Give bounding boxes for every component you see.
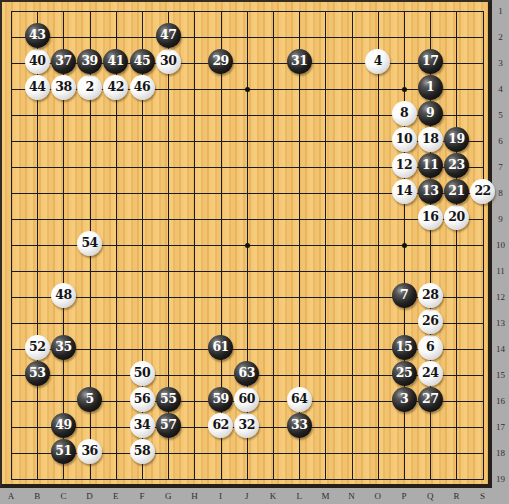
move-number: 51 bbox=[55, 445, 71, 458]
col-label-A: A bbox=[3, 489, 19, 503]
stone-white-16: 16 bbox=[418, 205, 443, 230]
move-number: 34 bbox=[134, 419, 150, 432]
stone-white-42: 42 bbox=[103, 75, 128, 100]
stone-black-19: 19 bbox=[444, 127, 469, 152]
stone-black-63: 63 bbox=[234, 361, 259, 386]
stone-black-35: 35 bbox=[51, 335, 76, 360]
col-label-E: E bbox=[108, 489, 124, 503]
stone-black-27: 27 bbox=[418, 387, 443, 412]
move-number: 56 bbox=[134, 393, 150, 406]
row-label-5: 5 bbox=[492, 109, 509, 121]
stone-white-54: 54 bbox=[77, 231, 102, 256]
stone-black-15: 15 bbox=[392, 335, 417, 360]
move-number: 49 bbox=[55, 419, 71, 432]
move-number: 23 bbox=[448, 159, 464, 172]
move-number: 31 bbox=[291, 55, 307, 68]
move-number: 22 bbox=[474, 185, 490, 198]
col-label-K: K bbox=[265, 489, 281, 503]
move-number: 19 bbox=[448, 133, 464, 146]
stone-black-29: 29 bbox=[208, 49, 233, 74]
move-number: 33 bbox=[291, 419, 307, 432]
col-label-J: J bbox=[239, 489, 255, 503]
stone-white-14: 14 bbox=[392, 179, 417, 204]
row-label-3: 3 bbox=[492, 57, 509, 69]
row-label-4: 4 bbox=[492, 83, 509, 95]
stone-white-12: 12 bbox=[392, 153, 417, 178]
move-number: 61 bbox=[212, 341, 228, 354]
row-label-9: 9 bbox=[492, 213, 509, 225]
stone-black-25: 25 bbox=[392, 361, 417, 386]
stone-black-17: 17 bbox=[418, 49, 443, 74]
stone-white-64: 64 bbox=[287, 387, 312, 412]
stone-black-57: 57 bbox=[156, 413, 181, 438]
move-number: 47 bbox=[160, 29, 176, 42]
stone-black-49: 49 bbox=[51, 413, 76, 438]
move-number: 11 bbox=[422, 159, 438, 172]
col-label-H: H bbox=[186, 489, 202, 503]
move-number: 63 bbox=[239, 367, 255, 380]
move-number: 45 bbox=[134, 55, 150, 68]
move-number: 60 bbox=[239, 393, 255, 406]
stone-black-21: 21 bbox=[444, 179, 469, 204]
move-number: 55 bbox=[160, 393, 176, 406]
move-number: 35 bbox=[55, 341, 71, 354]
move-number: 2 bbox=[85, 81, 93, 94]
row-label-17: 17 bbox=[492, 421, 509, 433]
move-number: 64 bbox=[291, 393, 307, 406]
row-label-10: 10 bbox=[492, 239, 509, 251]
move-number: 15 bbox=[396, 341, 412, 354]
row-label-13: 13 bbox=[492, 317, 509, 329]
move-number: 44 bbox=[29, 81, 45, 94]
stone-layer: 1234567891011121314151617181920212223242… bbox=[2, 2, 488, 484]
move-number: 43 bbox=[29, 29, 45, 42]
move-number: 52 bbox=[29, 341, 45, 354]
stone-black-37: 37 bbox=[51, 49, 76, 74]
move-number: 29 bbox=[212, 55, 228, 68]
move-number: 50 bbox=[134, 367, 150, 380]
move-number: 28 bbox=[422, 289, 438, 302]
col-label-P: P bbox=[396, 489, 412, 503]
move-number: 36 bbox=[81, 445, 97, 458]
stone-white-2: 2 bbox=[77, 75, 102, 100]
stone-white-6: 6 bbox=[418, 335, 443, 360]
stone-white-38: 38 bbox=[51, 75, 76, 100]
stone-black-23: 23 bbox=[444, 153, 469, 178]
stone-black-5: 5 bbox=[77, 387, 102, 412]
stone-black-55: 55 bbox=[156, 387, 181, 412]
col-label-O: O bbox=[370, 489, 386, 503]
move-number: 4 bbox=[374, 55, 382, 68]
move-number: 26 bbox=[422, 315, 438, 328]
col-label-C: C bbox=[55, 489, 71, 503]
move-number: 9 bbox=[426, 107, 434, 120]
stone-black-3: 3 bbox=[392, 387, 417, 412]
move-number: 54 bbox=[81, 237, 97, 250]
stone-white-46: 46 bbox=[130, 75, 155, 100]
col-label-N: N bbox=[344, 489, 360, 503]
stone-black-39: 39 bbox=[77, 49, 102, 74]
move-number: 58 bbox=[134, 445, 150, 458]
stone-black-33: 33 bbox=[287, 413, 312, 438]
move-number: 1 bbox=[426, 81, 434, 94]
stone-white-18: 18 bbox=[418, 127, 443, 152]
stone-black-7: 7 bbox=[392, 283, 417, 308]
row-label-14: 14 bbox=[492, 343, 509, 355]
stone-white-48: 48 bbox=[51, 283, 76, 308]
stone-black-61: 61 bbox=[208, 335, 233, 360]
stone-white-44: 44 bbox=[25, 75, 50, 100]
stone-white-58: 58 bbox=[130, 439, 155, 464]
stone-white-8: 8 bbox=[392, 101, 417, 126]
go-diagram: 1234567891011121314151617181920212223242… bbox=[0, 0, 509, 504]
row-label-1: 1 bbox=[492, 5, 509, 17]
move-number: 18 bbox=[422, 133, 438, 146]
move-number: 3 bbox=[400, 393, 408, 406]
stone-black-59: 59 bbox=[208, 387, 233, 412]
stone-white-32: 32 bbox=[234, 413, 259, 438]
move-number: 5 bbox=[85, 393, 93, 406]
move-number: 10 bbox=[396, 133, 412, 146]
row-label-15: 15 bbox=[492, 369, 509, 381]
move-number: 21 bbox=[448, 185, 464, 198]
stone-white-62: 62 bbox=[208, 413, 233, 438]
stone-black-53: 53 bbox=[25, 361, 50, 386]
stone-black-13: 13 bbox=[418, 179, 443, 204]
move-number: 42 bbox=[108, 81, 124, 94]
stone-black-31: 31 bbox=[287, 49, 312, 74]
stone-white-4: 4 bbox=[365, 49, 390, 74]
move-number: 27 bbox=[422, 393, 438, 406]
move-number: 24 bbox=[422, 367, 438, 380]
stone-black-1: 1 bbox=[418, 75, 443, 100]
move-number: 40 bbox=[29, 55, 45, 68]
col-label-Q: Q bbox=[422, 489, 438, 503]
stone-white-28: 28 bbox=[418, 283, 443, 308]
move-number: 41 bbox=[108, 55, 124, 68]
stone-black-41: 41 bbox=[103, 49, 128, 74]
stone-white-52: 52 bbox=[25, 335, 50, 360]
col-label-F: F bbox=[134, 489, 150, 503]
stone-white-56: 56 bbox=[130, 387, 155, 412]
row-label-18: 18 bbox=[492, 447, 509, 459]
move-number: 53 bbox=[29, 367, 45, 380]
move-number: 14 bbox=[396, 185, 412, 198]
stone-black-45: 45 bbox=[130, 49, 155, 74]
row-label-16: 16 bbox=[492, 395, 509, 407]
move-number: 32 bbox=[239, 419, 255, 432]
row-label-12: 12 bbox=[492, 291, 509, 303]
stone-black-43: 43 bbox=[25, 23, 50, 48]
stone-white-60: 60 bbox=[234, 387, 259, 412]
col-label-D: D bbox=[82, 489, 98, 503]
go-board[interactable]: 1234567891011121314151617181920212223242… bbox=[0, 0, 492, 488]
col-label-I: I bbox=[213, 489, 229, 503]
move-number: 57 bbox=[160, 419, 176, 432]
move-number: 17 bbox=[422, 55, 438, 68]
row-label-7: 7 bbox=[492, 161, 509, 173]
stone-black-9: 9 bbox=[418, 101, 443, 126]
row-label-2: 2 bbox=[492, 31, 509, 43]
stone-black-51: 51 bbox=[51, 439, 76, 464]
move-number: 8 bbox=[400, 107, 408, 120]
move-number: 7 bbox=[400, 289, 408, 302]
col-label-S: S bbox=[475, 489, 491, 503]
move-number: 59 bbox=[212, 393, 228, 406]
move-number: 62 bbox=[212, 419, 228, 432]
move-number: 12 bbox=[396, 159, 412, 172]
move-number: 16 bbox=[422, 211, 438, 224]
move-number: 37 bbox=[55, 55, 71, 68]
stone-white-40: 40 bbox=[25, 49, 50, 74]
col-label-G: G bbox=[160, 489, 176, 503]
move-number: 39 bbox=[81, 55, 97, 68]
row-label-19: 19 bbox=[492, 473, 509, 485]
row-label-6: 6 bbox=[492, 135, 509, 147]
col-label-M: M bbox=[317, 489, 333, 503]
stone-white-30: 30 bbox=[156, 49, 181, 74]
move-number: 46 bbox=[134, 81, 150, 94]
move-number: 20 bbox=[448, 211, 464, 224]
row-label-11: 11 bbox=[492, 265, 509, 277]
row-label-8: 8 bbox=[492, 187, 509, 199]
stone-white-34: 34 bbox=[130, 413, 155, 438]
move-number: 30 bbox=[160, 55, 176, 68]
move-number: 38 bbox=[55, 81, 71, 94]
col-label-R: R bbox=[448, 489, 464, 503]
stone-black-47: 47 bbox=[156, 23, 181, 48]
move-number: 25 bbox=[396, 367, 412, 380]
col-label-B: B bbox=[29, 489, 45, 503]
move-number: 13 bbox=[422, 185, 438, 198]
stone-white-24: 24 bbox=[418, 361, 443, 386]
stone-black-11: 11 bbox=[418, 153, 443, 178]
stone-white-50: 50 bbox=[130, 361, 155, 386]
move-number: 6 bbox=[426, 341, 434, 354]
col-label-L: L bbox=[291, 489, 307, 503]
stone-white-10: 10 bbox=[392, 127, 417, 152]
stone-white-26: 26 bbox=[418, 309, 443, 334]
stone-white-36: 36 bbox=[77, 439, 102, 464]
move-number: 48 bbox=[55, 289, 71, 302]
stone-white-20: 20 bbox=[444, 205, 469, 230]
